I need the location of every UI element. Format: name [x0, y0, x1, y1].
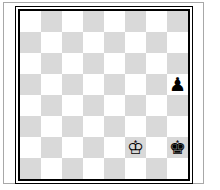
- square-g4[interactable]: [146, 95, 167, 116]
- square-d7[interactable]: [83, 32, 104, 53]
- square-h2[interactable]: ♚: [167, 137, 188, 158]
- square-f8[interactable]: [125, 11, 146, 32]
- square-f4[interactable]: [125, 95, 146, 116]
- square-b5[interactable]: [41, 74, 62, 95]
- square-f6[interactable]: [125, 53, 146, 74]
- square-f7[interactable]: [125, 32, 146, 53]
- square-d8[interactable]: [83, 11, 104, 32]
- black-king[interactable]: ♚: [169, 137, 186, 158]
- square-b1[interactable]: [41, 158, 62, 179]
- square-f1[interactable]: [125, 158, 146, 179]
- square-f3[interactable]: [125, 116, 146, 137]
- square-c7[interactable]: [62, 32, 83, 53]
- square-e8[interactable]: [104, 11, 125, 32]
- square-h7[interactable]: [167, 32, 188, 53]
- square-d4[interactable]: [83, 95, 104, 116]
- square-e7[interactable]: [104, 32, 125, 53]
- square-e1[interactable]: [104, 158, 125, 179]
- square-h4[interactable]: [167, 95, 188, 116]
- square-a8[interactable]: [20, 11, 41, 32]
- white-king[interactable]: ♔: [127, 137, 144, 158]
- square-a4[interactable]: [20, 95, 41, 116]
- square-g8[interactable]: [146, 11, 167, 32]
- square-d2[interactable]: [83, 137, 104, 158]
- square-e3[interactable]: [104, 116, 125, 137]
- square-e4[interactable]: [104, 95, 125, 116]
- square-h3[interactable]: [167, 116, 188, 137]
- square-b8[interactable]: [41, 11, 62, 32]
- chess-board-inner-border: ♟♔♚: [18, 9, 190, 181]
- square-h8[interactable]: [167, 11, 188, 32]
- square-d6[interactable]: [83, 53, 104, 74]
- square-e6[interactable]: [104, 53, 125, 74]
- chess-board: ♟♔♚: [20, 11, 188, 179]
- square-c3[interactable]: [62, 116, 83, 137]
- square-a5[interactable]: [20, 74, 41, 95]
- square-b2[interactable]: [41, 137, 62, 158]
- square-g5[interactable]: [146, 74, 167, 95]
- square-b6[interactable]: [41, 53, 62, 74]
- square-h6[interactable]: [167, 53, 188, 74]
- square-a7[interactable]: [20, 32, 41, 53]
- square-c6[interactable]: [62, 53, 83, 74]
- square-g1[interactable]: [146, 158, 167, 179]
- square-g2[interactable]: [146, 137, 167, 158]
- square-a2[interactable]: [20, 137, 41, 158]
- square-b7[interactable]: [41, 32, 62, 53]
- square-c8[interactable]: [62, 11, 83, 32]
- square-b3[interactable]: [41, 116, 62, 137]
- chess-board-border: ♟♔♚: [15, 6, 193, 184]
- square-e5[interactable]: [104, 74, 125, 95]
- square-h1[interactable]: [167, 158, 188, 179]
- square-e2[interactable]: [104, 137, 125, 158]
- square-d5[interactable]: [83, 74, 104, 95]
- square-a6[interactable]: [20, 53, 41, 74]
- square-a3[interactable]: [20, 116, 41, 137]
- square-f2[interactable]: ♔: [125, 137, 146, 158]
- square-c1[interactable]: [62, 158, 83, 179]
- square-g6[interactable]: [146, 53, 167, 74]
- square-c5[interactable]: [62, 74, 83, 95]
- page: ♟♔♚: [0, 0, 220, 190]
- square-b4[interactable]: [41, 95, 62, 116]
- square-c4[interactable]: [62, 95, 83, 116]
- black-pawn[interactable]: ♟: [169, 74, 186, 95]
- square-a1[interactable]: [20, 158, 41, 179]
- square-g3[interactable]: [146, 116, 167, 137]
- square-g7[interactable]: [146, 32, 167, 53]
- square-d3[interactable]: [83, 116, 104, 137]
- diagram-frame: ♟♔♚: [3, 2, 204, 184]
- square-f5[interactable]: [125, 74, 146, 95]
- square-h5[interactable]: ♟: [167, 74, 188, 95]
- square-d1[interactable]: [83, 158, 104, 179]
- square-c2[interactable]: [62, 137, 83, 158]
